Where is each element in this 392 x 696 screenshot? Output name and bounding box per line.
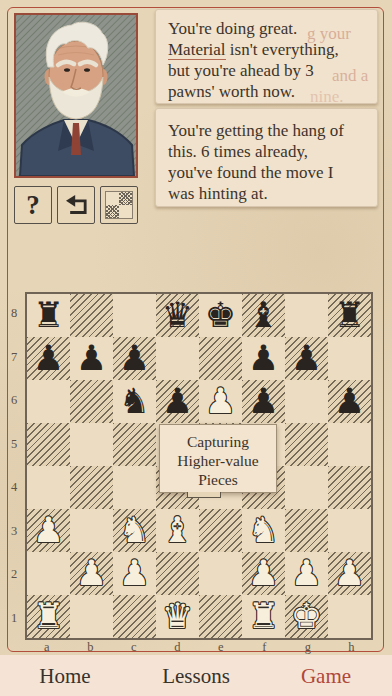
square-g3[interactable] <box>285 509 328 552</box>
square-e8[interactable]: ♚ <box>199 294 242 337</box>
app-screen: g your and a nine. <box>0 0 392 696</box>
tutor-message-bubble-1: You're doing great. Material isn't every… <box>155 9 378 104</box>
square-h2[interactable]: ♟ <box>328 552 371 595</box>
lesson-popup-tab[interactable] <box>187 492 221 498</box>
square-b4[interactable] <box>70 466 113 509</box>
white-pawn-f2: ♟ <box>242 552 285 595</box>
white-knight-f3: ♞ <box>242 509 285 552</box>
square-c6[interactable]: ♞ <box>113 380 156 423</box>
square-a7[interactable]: ♟ <box>27 337 70 380</box>
rank-label-4: 4 <box>7 466 21 510</box>
square-f3[interactable]: ♞ <box>242 509 285 552</box>
message-line: pawns' worth now. <box>168 81 365 102</box>
square-b1[interactable] <box>70 595 113 638</box>
square-f6[interactable]: ♟ <box>242 380 285 423</box>
square-h8[interactable]: ♜ <box>328 294 371 337</box>
square-c5[interactable] <box>113 423 156 466</box>
nav-game[interactable]: Game <box>301 663 351 688</box>
board-theme-button[interactable] <box>100 186 138 224</box>
square-f1[interactable]: ♜ <box>242 595 285 638</box>
square-c3[interactable]: ♞ <box>113 509 156 552</box>
message-line: this. 6 times already, <box>168 141 365 162</box>
square-h1[interactable] <box>328 595 371 638</box>
rank-label-2: 2 <box>7 553 21 597</box>
square-h6[interactable]: ♟ <box>328 380 371 423</box>
nav-lessons[interactable]: Lessons <box>162 663 230 688</box>
checkerboard-icon <box>105 191 133 219</box>
square-a5[interactable] <box>27 423 70 466</box>
square-b5[interactable] <box>70 423 113 466</box>
white-king-g1: ♚ <box>285 595 328 638</box>
square-e3[interactable] <box>199 509 242 552</box>
square-f2[interactable]: ♟ <box>242 552 285 595</box>
white-rook-a1: ♜ <box>27 595 70 638</box>
rank-label-3: 3 <box>7 510 21 554</box>
white-rook-f1: ♜ <box>242 595 285 638</box>
white-pawn-b2: ♟ <box>70 552 113 595</box>
square-g8[interactable] <box>285 294 328 337</box>
square-b3[interactable] <box>70 509 113 552</box>
file-label-f: f <box>243 641 287 653</box>
square-e7[interactable] <box>199 337 242 380</box>
nav-home[interactable]: Home <box>39 663 90 688</box>
square-b8[interactable] <box>70 294 113 337</box>
square-h7[interactable] <box>328 337 371 380</box>
rank-label-8: 8 <box>7 292 21 336</box>
square-h3[interactable] <box>328 509 371 552</box>
square-g1[interactable]: ♚ <box>285 595 328 638</box>
square-a2[interactable] <box>27 552 70 595</box>
square-g2[interactable]: ♟ <box>285 552 328 595</box>
white-pawn-c2: ♟ <box>113 552 156 595</box>
black-pawn-f7: ♟ <box>242 337 285 380</box>
square-a4[interactable] <box>27 466 70 509</box>
black-pawn-a7: ♟ <box>27 337 70 380</box>
square-c4[interactable] <box>113 466 156 509</box>
file-label-d: d <box>156 641 200 653</box>
black-pawn-b7: ♟ <box>70 337 113 380</box>
rank-label-6: 6 <box>7 379 21 423</box>
help-button-label: ? <box>26 192 40 219</box>
lesson-popup[interactable]: Capturing Higher-value Pieces <box>159 424 277 493</box>
white-pawn-a3: ♟ <box>27 509 70 552</box>
lesson-popup-line: Higher-value <box>160 451 276 470</box>
square-d8[interactable]: ♛ <box>156 294 199 337</box>
black-pawn-h6: ♟ <box>328 380 371 423</box>
square-g4[interactable] <box>285 466 328 509</box>
message-line: but you're ahead by 3 <box>168 60 365 81</box>
square-g5[interactable] <box>285 423 328 466</box>
message-line: was hinting at. <box>168 183 365 204</box>
white-bishop-d3: ♝ <box>156 509 199 552</box>
rank-label-1: 1 <box>7 597 21 641</box>
black-rook-h8: ♜ <box>328 294 371 337</box>
square-f7[interactable]: ♟ <box>242 337 285 380</box>
tutor-portrait-illustration <box>16 15 136 176</box>
black-queen-d8: ♛ <box>156 294 199 337</box>
tutor-portrait <box>14 13 138 178</box>
square-g7[interactable]: ♟ <box>285 337 328 380</box>
help-button[interactable]: ? <box>14 186 52 224</box>
file-label-a: a <box>25 641 69 653</box>
rank-label-7: 7 <box>7 336 21 380</box>
square-c1[interactable] <box>113 595 156 638</box>
tutor-message-bubble-2: You're getting the hang of this. 6 times… <box>155 108 378 207</box>
square-b6[interactable] <box>70 380 113 423</box>
black-king-e8: ♚ <box>199 294 242 337</box>
file-label-g: g <box>286 641 330 653</box>
message-line: You're getting the hang of <box>168 120 365 141</box>
lesson-popup-line: Capturing <box>160 432 276 451</box>
white-pawn-h2: ♟ <box>328 552 371 595</box>
square-e6[interactable]: ♟ <box>199 380 242 423</box>
square-b7[interactable]: ♟ <box>70 337 113 380</box>
black-pawn-f6: ♟ <box>242 380 285 423</box>
rank-label-5: 5 <box>7 423 21 467</box>
square-c2[interactable]: ♟ <box>113 552 156 595</box>
file-label-b: b <box>69 641 113 653</box>
bottom-nav: Home Lessons Game <box>0 655 392 696</box>
file-label-c: c <box>112 641 156 653</box>
message-line: you've found the move I <box>168 162 365 183</box>
black-pawn-g7: ♟ <box>285 337 328 380</box>
square-f8[interactable]: ♝ <box>242 294 285 337</box>
square-c8[interactable] <box>113 294 156 337</box>
square-a3[interactable]: ♟ <box>27 509 70 552</box>
square-d6[interactable]: ♟ <box>156 380 199 423</box>
square-c7[interactable]: ♟ <box>113 337 156 380</box>
undo-button[interactable] <box>57 186 95 224</box>
black-knight-c6: ♞ <box>113 380 156 423</box>
square-e2[interactable] <box>199 552 242 595</box>
black-rook-a8: ♜ <box>27 294 70 337</box>
message-line: Material isn't everything, <box>168 39 365 60</box>
square-h4[interactable] <box>328 466 371 509</box>
black-pawn-c7: ♟ <box>113 337 156 380</box>
square-d3[interactable]: ♝ <box>156 509 199 552</box>
square-a6[interactable] <box>27 380 70 423</box>
square-d7[interactable] <box>156 337 199 380</box>
undo-arrow-icon <box>61 190 91 220</box>
black-bishop-f8: ♝ <box>242 294 285 337</box>
file-label-e: e <box>199 641 243 653</box>
material-link[interactable]: Material <box>168 40 226 60</box>
square-d2[interactable] <box>156 552 199 595</box>
square-e1[interactable] <box>199 595 242 638</box>
message-line-rest: isn't everything, <box>226 40 339 59</box>
square-d1[interactable]: ♛ <box>156 595 199 638</box>
lesson-popup-line: Pieces <box>160 470 276 489</box>
white-pawn-e6: ♟ <box>199 380 242 423</box>
rank-labels: 87654321 <box>7 292 21 640</box>
message-line: You're doing great. <box>168 18 365 39</box>
file-labels: abcdefgh <box>25 641 373 653</box>
white-knight-c3: ♞ <box>113 509 156 552</box>
white-queen-d1: ♛ <box>156 595 199 638</box>
white-pawn-g2: ♟ <box>285 552 328 595</box>
file-label-h: h <box>330 641 374 653</box>
square-h5[interactable] <box>328 423 371 466</box>
square-a1[interactable]: ♜ <box>27 595 70 638</box>
square-a8[interactable]: ♜ <box>27 294 70 337</box>
square-b2[interactable]: ♟ <box>70 552 113 595</box>
square-g6[interactable] <box>285 380 328 423</box>
black-pawn-d6: ♟ <box>156 380 199 423</box>
